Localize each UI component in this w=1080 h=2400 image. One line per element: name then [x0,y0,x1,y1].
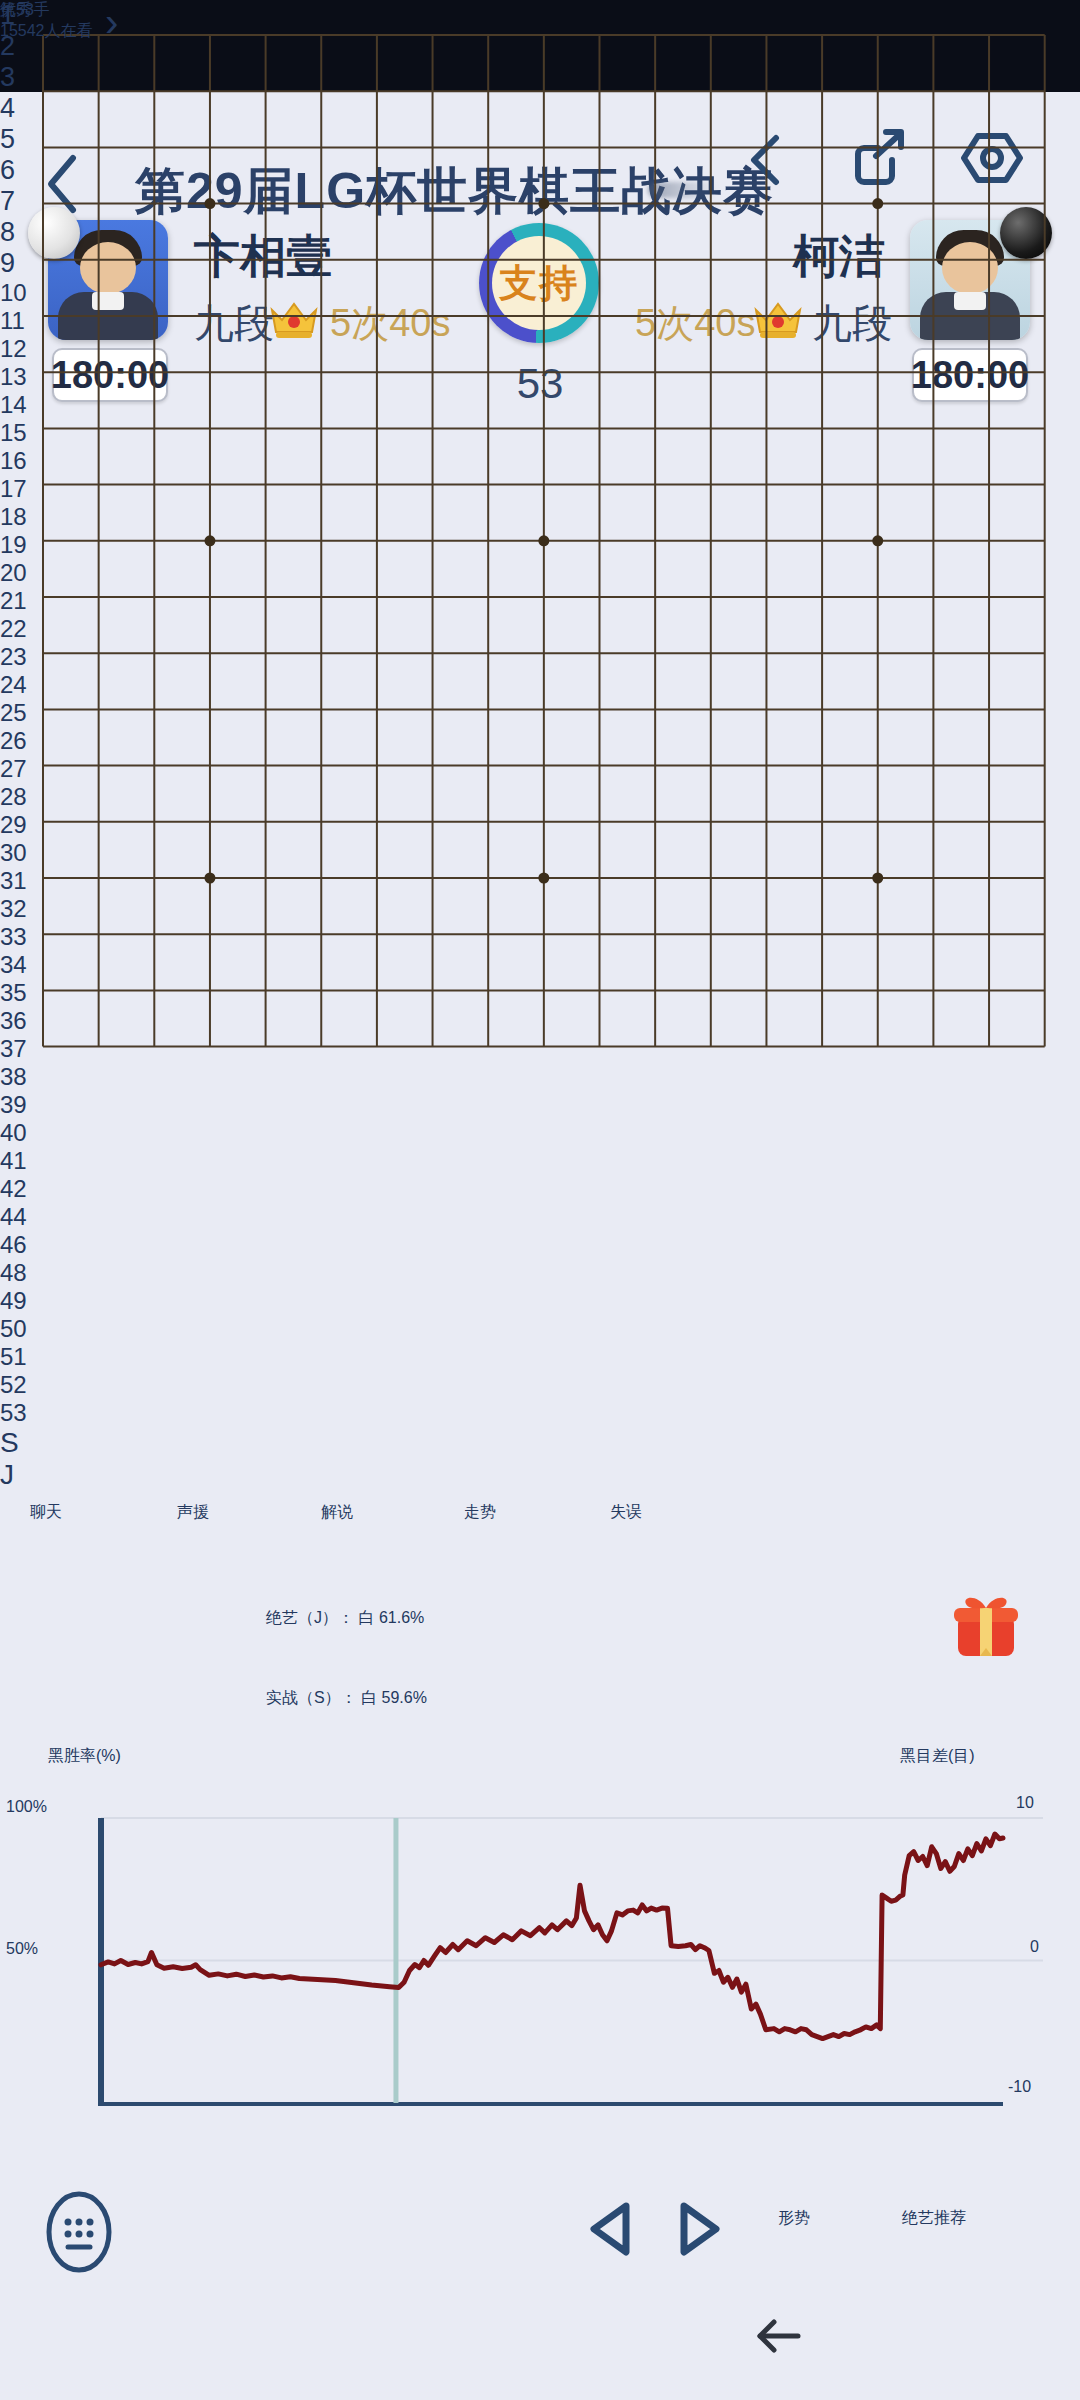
tab-trend[interactable]: 走势 [464,1502,496,1523]
stone-white-46: 46 [0,1231,27,1259]
stone-black-53: 53 [0,1399,27,1427]
winrate-chart [0,1810,1080,2110]
keyboard-icon[interactable] [44,2190,114,2274]
game-eval-line: 实战（S）： 白 59.6% [266,1688,427,1709]
winrate-legend-label: 黑胜率(%) [48,1746,121,1767]
next-move-button[interactable] [672,2198,730,2260]
app-screen: 第29届LG杯世界棋王战决赛 卞相壹 九段 5次40s 180:00 支持 53… [0,0,1080,2400]
tab-cheer[interactable]: 声援 [177,1502,209,1523]
stone-black-39: 39 [0,1091,27,1119]
ai-recommend-button[interactable]: 绝艺推荐 [902,2208,966,2229]
board-grid [0,0,1080,1071]
chevron-right-icon: › [105,0,118,44]
prev-move-button[interactable] [580,2198,638,2260]
marker-stone-J: J [0,1459,27,1491]
ai-eval-value: 白 61.6% [358,1609,424,1626]
scorediff-legend-label: 黑目差(目) [900,1746,975,1767]
stone-black-41: 41 [0,1147,27,1175]
go-board[interactable]: 1234567891011121314151617181920212223242… [0,0,27,1491]
game-eval-value: 白 59.6% [361,1689,427,1706]
stone-white-48: 48 [0,1259,27,1287]
gift-icon[interactable] [950,1592,1022,1662]
ai-eval-label: 绝艺（J）： [266,1609,354,1626]
stone-white-40: 40 [0,1119,27,1147]
stone-black-51: 51 [0,1343,27,1371]
viewers-count: 15542人在看 [0,22,93,39]
quality-badge: 优秀 [0,0,32,21]
ai-eval-line: 绝艺（J）： 白 61.6% [266,1608,424,1629]
stone-white-52: 52 [0,1371,27,1399]
shape-button[interactable]: 形势 [778,2208,810,2229]
stone-white-50: 50 [0,1315,27,1343]
stone-black-49: 49 [0,1287,27,1315]
back-nav-icon[interactable] [752,2314,804,2358]
tab-comment[interactable]: 解说 [321,1502,353,1523]
game-eval-label: 实战（S）： [266,1689,357,1706]
marker-stone-S: S [0,1427,27,1459]
tab-chat[interactable]: 聊天 [30,1502,62,1523]
tab-mistakes[interactable]: 失误 [610,1502,642,1523]
stone-white-44: 44 [0,1203,27,1231]
stone-white-42: 42 [0,1175,27,1203]
